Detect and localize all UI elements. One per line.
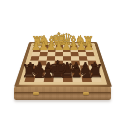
board-square: [81, 76, 91, 82]
board-square: [53, 76, 63, 82]
chess-board: [14, 42, 112, 87]
board-square: [34, 76, 44, 82]
box-lid-seam: [15, 92, 110, 93]
board-inner-border: [18, 43, 107, 84]
board-grid: [24, 45, 101, 82]
brass-hinge-left: [33, 92, 39, 95]
brass-hinge-right: [83, 92, 89, 95]
board-square: [43, 76, 53, 82]
chess-set-product-photo: ♜♞♝♛♚♝♞♜♟♟♟♟♟♟♟♟♟♟♟♟♟♟♟♟♜♞♝♛♚♝♞♜: [0, 0, 125, 125]
board-square: [63, 76, 73, 82]
board-square: [90, 76, 101, 82]
box-front-face: [14, 87, 111, 100]
board-square: [72, 76, 82, 82]
